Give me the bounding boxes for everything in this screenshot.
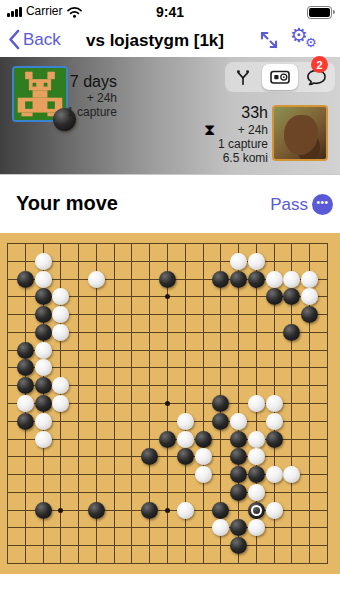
- status-bar: Carrier 9:41: [0, 0, 340, 24]
- black-stone: [35, 502, 52, 519]
- black-stone: [35, 306, 52, 323]
- black-stone: [248, 271, 265, 288]
- white-clock: 33h + 24h 1 capture 6.5 komi: [180, 103, 268, 165]
- black-stone: [212, 271, 229, 288]
- white-stone: [212, 519, 229, 536]
- black-stone: [266, 288, 283, 305]
- black-clock: 7 days + 24h 1 capture: [60, 72, 117, 119]
- black-stone: [283, 288, 300, 305]
- black-stone-last-move: [248, 502, 265, 519]
- black-stone: [230, 448, 247, 465]
- white-stone: [52, 306, 69, 323]
- board-grid: [7, 243, 328, 564]
- white-stone: [301, 271, 318, 288]
- moose-photo: [284, 115, 318, 155]
- white-stone: [266, 395, 283, 412]
- game-badge-icon: [268, 65, 292, 89]
- black-stone: [195, 431, 212, 448]
- white-stone: [266, 271, 283, 288]
- white-captures: 1 capture: [180, 137, 268, 151]
- black-stone: [17, 271, 34, 288]
- white-stone: [177, 502, 194, 519]
- black-stone: [17, 359, 34, 376]
- black-stone: [17, 377, 34, 394]
- white-stone: [35, 253, 52, 270]
- white-stone: [195, 448, 212, 465]
- white-time-increment: + 24h: [180, 123, 268, 137]
- ellipsis-icon: •••: [316, 198, 328, 208]
- black-stone: [230, 519, 247, 536]
- white-stone: [248, 484, 265, 501]
- black-stone: [266, 431, 283, 448]
- white-stone: [195, 466, 212, 483]
- star-point: [58, 508, 63, 513]
- white-stone: [248, 519, 265, 536]
- white-stone: [248, 431, 265, 448]
- star-point: [165, 294, 170, 299]
- white-komi: 6.5 komi: [180, 151, 268, 165]
- players-panel: 7 days + 24h 1 capture: [0, 57, 340, 175]
- white-stone: [17, 395, 34, 412]
- move-prompt: Your move: [16, 192, 118, 215]
- white-stone: [177, 413, 194, 430]
- black-stone: [35, 395, 52, 412]
- white-stone: [35, 271, 52, 288]
- status-time: 9:41: [0, 4, 340, 20]
- more-options-button[interactable]: •••: [312, 194, 333, 215]
- black-stone: [88, 502, 105, 519]
- star-point: [165, 401, 170, 406]
- white-stone: [230, 413, 247, 430]
- black-stone: [17, 342, 34, 359]
- expand-button[interactable]: [256, 27, 282, 53]
- fork-icon: [232, 66, 254, 88]
- white-stone: [35, 359, 52, 376]
- black-stone: [230, 271, 247, 288]
- variation-fork-button[interactable]: [225, 62, 262, 92]
- white-stone: [230, 253, 247, 270]
- header-toolbar: 2: [225, 62, 335, 92]
- app-screen: Carrier 9:41 Back vs lojastygm [1k]: [0, 0, 340, 604]
- go-board[interactable]: [0, 233, 340, 574]
- white-stone: [266, 466, 283, 483]
- gear-icon-small: ⚙: [305, 36, 317, 49]
- black-stone: [230, 466, 247, 483]
- black-stone: [301, 306, 318, 323]
- black-stone: [159, 271, 176, 288]
- black-stone: [35, 377, 52, 394]
- back-button[interactable]: Back: [8, 29, 61, 50]
- white-stone: [52, 377, 69, 394]
- white-stone: [301, 288, 318, 305]
- white-stone: [248, 395, 265, 412]
- white-stone: [35, 431, 52, 448]
- battery-icon: [307, 6, 332, 19]
- black-time-main: 7 days: [60, 72, 117, 91]
- white-stone: [35, 342, 52, 359]
- black-stone: [212, 502, 229, 519]
- star-point: [165, 508, 170, 513]
- white-stone: [248, 253, 265, 270]
- game-info-button[interactable]: [262, 64, 299, 90]
- white-stone: [35, 413, 52, 430]
- black-stone: [177, 448, 194, 465]
- white-stone: [248, 448, 265, 465]
- black-stone: [141, 502, 158, 519]
- white-player-avatar[interactable]: [272, 105, 328, 161]
- chat-unread-badge: 2: [311, 56, 328, 73]
- white-stone: [52, 324, 69, 341]
- black-stone: [248, 466, 265, 483]
- black-stone: [212, 413, 229, 430]
- move-bar: Your move Pass •••: [0, 175, 340, 233]
- white-stone: [266, 413, 283, 430]
- chevron-left-icon: [8, 29, 20, 50]
- white-stone: [177, 431, 194, 448]
- black-stone: [17, 413, 34, 430]
- black-stone: [283, 324, 300, 341]
- back-label: Back: [23, 30, 61, 50]
- white-time-main: 33h: [180, 103, 268, 123]
- black-stone: [230, 431, 247, 448]
- black-stone: [35, 288, 52, 305]
- white-stone: [283, 466, 300, 483]
- nav-bar: Back vs lojastygm [1k] ⚙ ⚙: [0, 24, 340, 57]
- page-title: vs lojastygm [1k]: [60, 31, 250, 51]
- expand-arrows-icon: [256, 27, 282, 53]
- black-captures: 1 capture: [60, 105, 117, 119]
- white-stone: [266, 502, 283, 519]
- black-stone: [35, 324, 52, 341]
- white-stone: [283, 271, 300, 288]
- settings-button[interactable]: ⚙ ⚙: [288, 24, 328, 54]
- black-time-increment: + 24h: [60, 91, 117, 105]
- white-stone: [52, 288, 69, 305]
- white-stone: [52, 395, 69, 412]
- black-stone: [159, 431, 176, 448]
- white-stone: [88, 271, 105, 288]
- black-stone: [212, 395, 229, 412]
- black-stone: [141, 448, 158, 465]
- black-stone: [230, 537, 247, 554]
- black-stone: [230, 484, 247, 501]
- pass-button[interactable]: Pass: [270, 195, 308, 215]
